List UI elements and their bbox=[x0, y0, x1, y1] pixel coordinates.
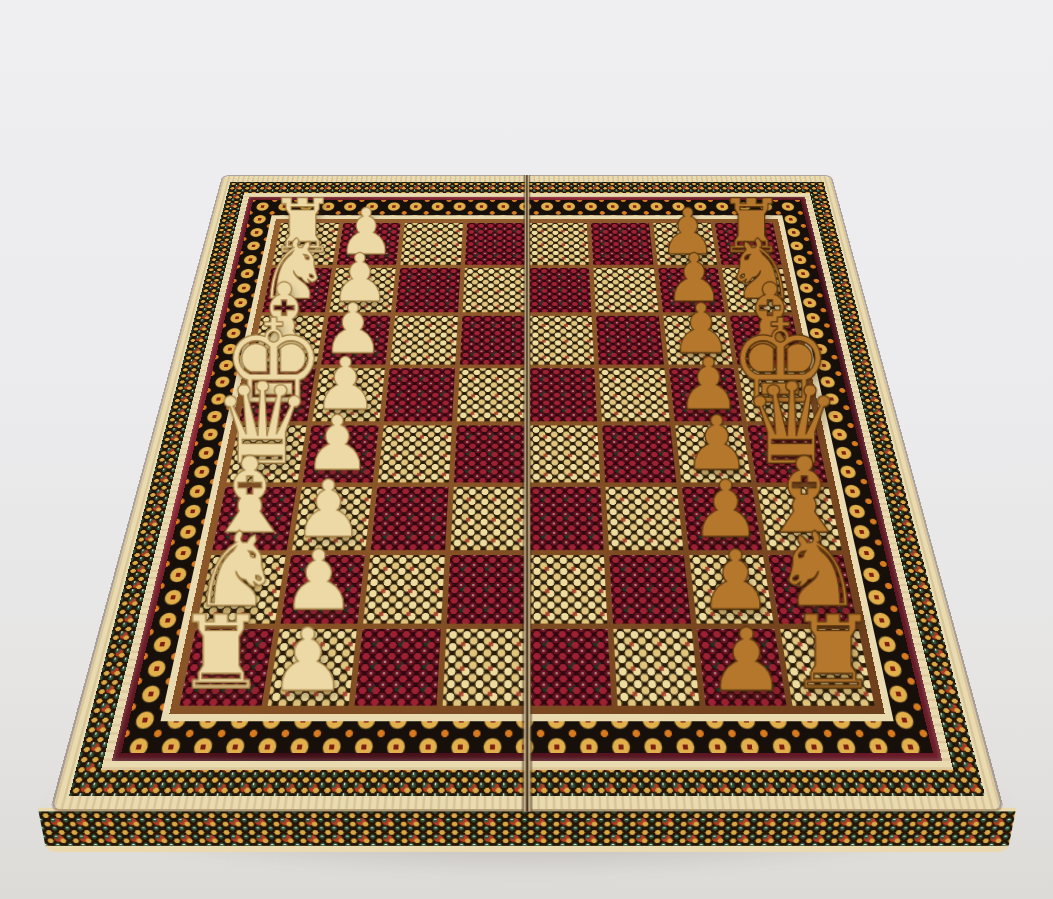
board-square-g5[interactable] bbox=[529, 267, 591, 312]
chess-piece-brown-R[interactable]: ♜ bbox=[787, 602, 878, 703]
board-square-h5[interactable] bbox=[529, 222, 589, 264]
board-square-f5[interactable] bbox=[529, 315, 594, 364]
board-square-h4[interactable] bbox=[464, 222, 524, 264]
board-square-e6[interactable] bbox=[599, 368, 669, 421]
board-square-d5[interactable] bbox=[529, 425, 600, 482]
chess-piece-white-P[interactable]: ♟ bbox=[269, 616, 347, 703]
board-square-g3[interactable] bbox=[395, 267, 460, 312]
board-square-g4[interactable] bbox=[462, 267, 524, 312]
board-square-a2[interactable]: ♟ bbox=[267, 629, 357, 705]
board-square-g6[interactable] bbox=[593, 267, 658, 312]
board-square-b6[interactable] bbox=[609, 554, 690, 623]
board-square-h3[interactable] bbox=[400, 222, 462, 264]
board-square-c4[interactable] bbox=[450, 486, 524, 549]
board-square-c3[interactable] bbox=[371, 486, 448, 549]
board-square-a7[interactable]: ♟ bbox=[697, 629, 787, 705]
board-square-d6[interactable] bbox=[602, 425, 676, 482]
board-square-b4[interactable] bbox=[446, 554, 524, 623]
board-square-a3[interactable] bbox=[354, 629, 440, 705]
board-square-a5[interactable] bbox=[529, 629, 611, 705]
scene: ♜♟♟♜♞♟♟♞♝♟♟♝♚♟♟♚♛♟♟♛♝♟♟♝♞♟♟♞♜♟♟♜ bbox=[0, 0, 1053, 899]
board-square-f3[interactable] bbox=[390, 315, 457, 364]
board-square-a1[interactable]: ♜ bbox=[179, 629, 273, 705]
board-square-a4[interactable] bbox=[442, 629, 524, 705]
board-square-e4[interactable] bbox=[456, 368, 524, 421]
board-square-f6[interactable] bbox=[596, 315, 663, 364]
board-square-b5[interactable] bbox=[529, 554, 607, 623]
board-square-c6[interactable] bbox=[605, 486, 682, 549]
chess-board: ♜♟♟♜♞♟♟♞♝♟♟♝♚♟♟♚♛♟♟♛♝♟♟♝♞♟♟♞♜♟♟♜ bbox=[52, 176, 1001, 809]
chess-piece-brown-P[interactable]: ♟ bbox=[706, 616, 784, 703]
board-square-e5[interactable] bbox=[529, 368, 597, 421]
photo-background: ♜♟♟♜♞♟♟♞♝♟♟♝♚♟♟♚♛♟♟♛♝♟♟♝♞♟♟♞♜♟♟♜ bbox=[0, 0, 1053, 899]
board-square-h6[interactable] bbox=[591, 222, 653, 264]
board-square-b3[interactable] bbox=[363, 554, 444, 623]
board-square-a6[interactable] bbox=[613, 629, 699, 705]
chess-piece-white-R[interactable]: ♜ bbox=[175, 602, 266, 703]
board-square-c5[interactable] bbox=[529, 486, 603, 549]
board-front-edge bbox=[37, 807, 1016, 852]
board-square-f4[interactable] bbox=[459, 315, 524, 364]
board-square-a8[interactable]: ♜ bbox=[780, 629, 874, 705]
board-square-d4[interactable] bbox=[453, 425, 524, 482]
board-square-d3[interactable] bbox=[378, 425, 452, 482]
board-square-e3[interactable] bbox=[384, 368, 454, 421]
